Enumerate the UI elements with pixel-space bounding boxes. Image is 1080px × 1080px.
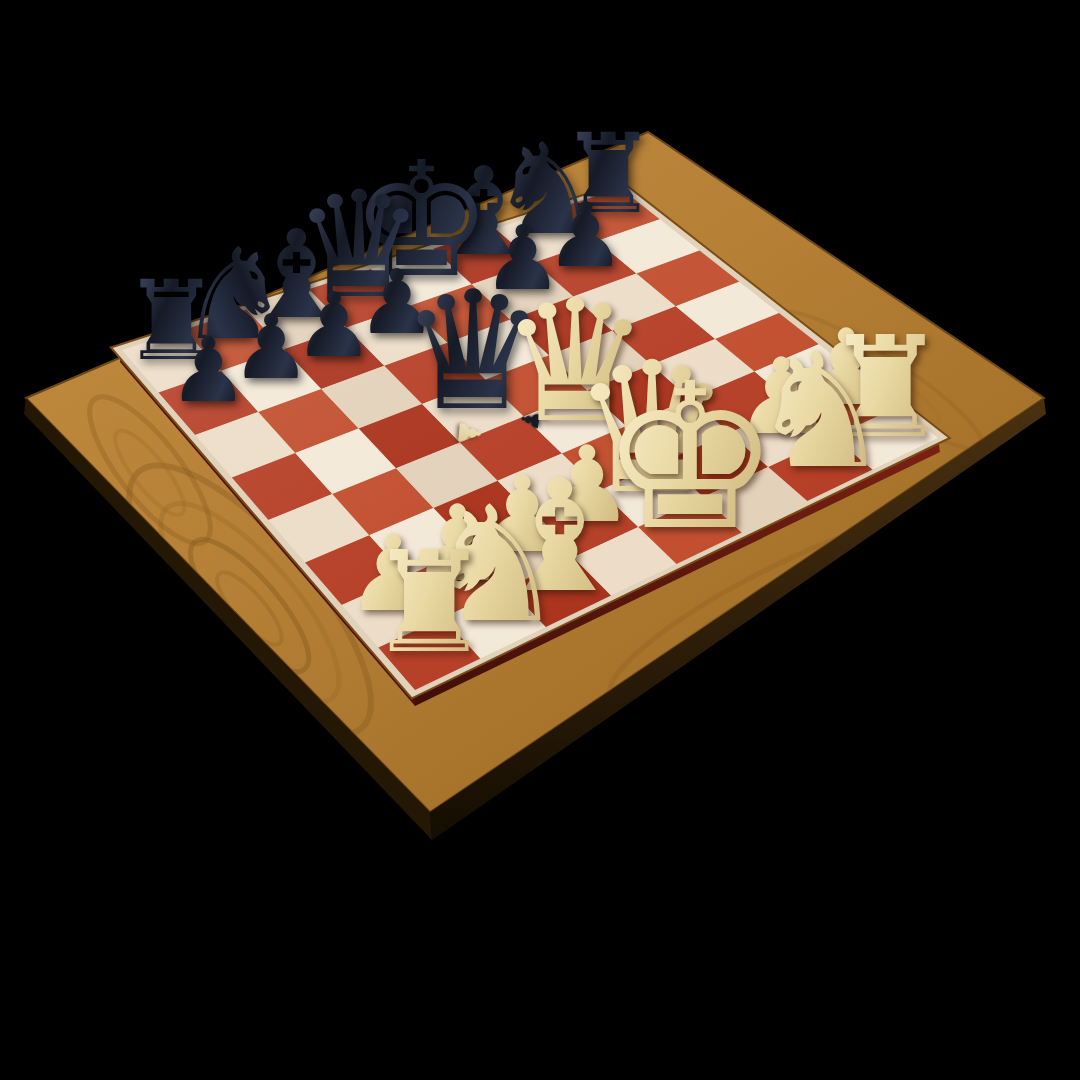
pieces-layer: ♚♛♛♜♜♞♞♝♟♟♟♟♟♟♚♛♛♜♜♞♞♝♝♟♟♟♟♟♟♟♟ (0, 0, 1080, 1080)
fallen-mini-white-pawn: ♟ (453, 418, 485, 447)
black-pawn-a7[interactable]: ♟ (168, 326, 248, 415)
scene: ♚♛♛♜♜♞♞♝♟♟♟♟♟♟♚♛♛♜♜♞♞♝♝♟♟♟♟♟♟♟♟ (0, 0, 1080, 1080)
white-rook-a1[interactable]: ♜ (367, 533, 493, 673)
